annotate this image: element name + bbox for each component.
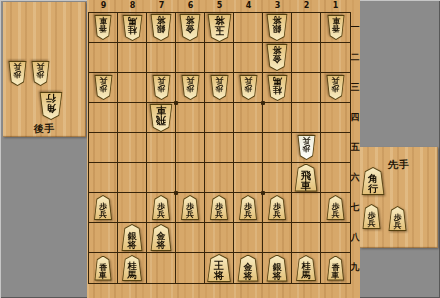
piece-R-sente[interactable]: 飛車 xyxy=(294,164,318,192)
square-75[interactable] xyxy=(147,133,176,163)
file-label-3: 3 xyxy=(263,1,292,11)
square-55[interactable] xyxy=(205,133,234,163)
board-grid: 香車桂馬銀将金将玉将銀将香車金将歩兵歩兵歩兵歩兵歩兵桂馬歩兵飛車歩兵飛車歩兵歩兵… xyxy=(88,12,351,284)
piece-P-gote[interactable]: 歩兵 xyxy=(210,75,229,100)
piece-G-sente[interactable]: 金将 xyxy=(237,255,259,282)
piece-P-sente[interactable]: 歩兵 xyxy=(268,195,287,220)
piece-N-sente[interactable]: 桂馬 xyxy=(296,255,317,281)
piece-kanji: 金将 xyxy=(266,44,288,71)
piece-P-sente[interactable]: 歩兵 xyxy=(152,195,171,220)
piece-kanji: 角行 xyxy=(39,92,63,120)
rank-label-2: 二 xyxy=(350,42,360,72)
piece-B-gote[interactable]: 角行 xyxy=(39,92,63,120)
piece-kanji: 桂馬 xyxy=(122,15,143,41)
square-27[interactable] xyxy=(292,193,321,223)
square-19[interactable]: 香車 xyxy=(321,253,350,283)
rank-label-4: 四 xyxy=(350,102,360,132)
square-18[interactable] xyxy=(321,223,350,253)
star-point xyxy=(174,101,178,105)
square-69[interactable] xyxy=(176,253,205,283)
piece-kanji: 桂馬 xyxy=(267,75,288,101)
piece-S-gote[interactable]: 銀将 xyxy=(150,14,172,41)
piece-R-gote[interactable]: 飛車 xyxy=(149,104,173,132)
piece-kanji: 飛車 xyxy=(294,164,318,192)
piece-P-sente[interactable]: 歩兵 xyxy=(326,195,345,220)
square-47[interactable]: 歩兵 xyxy=(234,193,263,223)
piece-P-gote[interactable]: 歩兵 xyxy=(94,75,113,100)
rank-label-9: 九 xyxy=(350,252,360,282)
piece-G-gote[interactable]: 金将 xyxy=(266,44,288,71)
file-label-2: 2 xyxy=(292,1,321,11)
square-23[interactable] xyxy=(292,73,321,103)
piece-P-gote[interactable]: 歩兵 xyxy=(297,135,316,160)
square-84[interactable] xyxy=(118,103,147,133)
square-77[interactable]: 歩兵 xyxy=(147,193,176,223)
square-65[interactable] xyxy=(176,133,205,163)
square-66[interactable] xyxy=(176,163,205,193)
square-44[interactable] xyxy=(234,103,263,133)
square-59[interactable]: 王将 xyxy=(205,253,234,283)
square-53[interactable]: 歩兵 xyxy=(205,73,234,103)
file-label-7: 7 xyxy=(147,1,176,11)
square-56[interactable] xyxy=(205,163,234,193)
square-86[interactable] xyxy=(118,163,147,193)
piece-kanji: 桂馬 xyxy=(122,255,143,281)
piece-N-gote[interactable]: 桂馬 xyxy=(267,75,288,101)
piece-N-gote[interactable]: 桂馬 xyxy=(122,15,143,41)
piece-kanji: 歩兵 xyxy=(362,204,381,229)
piece-kanji: 銀将 xyxy=(150,14,172,41)
square-46[interactable] xyxy=(234,163,263,193)
square-82[interactable] xyxy=(118,43,147,73)
piece-kanji: 歩兵 xyxy=(326,195,345,220)
square-67[interactable]: 歩兵 xyxy=(176,193,205,223)
piece-P-gote[interactable]: 歩兵 xyxy=(31,61,50,86)
piece-kanji: 銀将 xyxy=(121,224,143,251)
file-label-4: 4 xyxy=(234,1,263,11)
piece-kanji: 歩兵 xyxy=(268,195,287,220)
square-41[interactable] xyxy=(234,13,263,43)
square-21[interactable] xyxy=(292,13,321,43)
square-48[interactable] xyxy=(234,223,263,253)
square-31[interactable]: 銀将 xyxy=(263,13,292,43)
piece-P-sente[interactable]: 歩兵 xyxy=(94,195,113,220)
sente-hand-slot-0: 角行 xyxy=(361,167,385,195)
piece-L-sente[interactable]: 香車 xyxy=(94,256,112,281)
square-13[interactable]: 歩兵 xyxy=(321,73,350,103)
piece-kanji: 歩兵 xyxy=(210,195,229,220)
piece-P-sente[interactable]: 歩兵 xyxy=(239,195,258,220)
square-62[interactable] xyxy=(176,43,205,73)
rank-label-6: 六 xyxy=(350,162,360,192)
piece-L-sente[interactable]: 香車 xyxy=(327,256,345,281)
square-92[interactable] xyxy=(89,43,118,73)
square-87[interactable] xyxy=(118,193,147,223)
shogi-board-block: 987654321 一二三四五六七八九 香車桂馬銀将金将玉将銀将香車金将歩兵歩兵… xyxy=(87,0,360,298)
file-label-1: 1 xyxy=(321,1,350,11)
square-72[interactable] xyxy=(147,43,176,73)
square-16[interactable] xyxy=(321,163,350,193)
file-label-9: 9 xyxy=(89,1,118,11)
square-63[interactable]: 歩兵 xyxy=(176,73,205,103)
piece-kanji: 銀将 xyxy=(266,255,288,282)
piece-G-gote[interactable]: 金将 xyxy=(179,14,201,41)
piece-S-sente[interactable]: 銀将 xyxy=(121,224,143,251)
rank-label-1: 一 xyxy=(350,12,360,42)
piece-kanji: 歩兵 xyxy=(210,75,229,100)
piece-kanji: 歩兵 xyxy=(239,75,258,100)
piece-kanji: 歩兵 xyxy=(388,206,407,231)
piece-kanji: 歩兵 xyxy=(94,75,113,100)
square-73[interactable]: 歩兵 xyxy=(147,73,176,103)
piece-kanji: 歩兵 xyxy=(239,195,258,220)
square-88[interactable]: 銀将 xyxy=(118,223,147,253)
piece-P-gote[interactable]: 歩兵 xyxy=(181,75,200,100)
piece-kanji: 歩兵 xyxy=(94,195,113,220)
file-label-6: 6 xyxy=(176,1,205,11)
star-point xyxy=(261,101,265,105)
square-35[interactable] xyxy=(263,133,292,163)
square-74[interactable]: 飛車 xyxy=(147,103,176,133)
piece-kanji: 歩兵 xyxy=(8,61,27,86)
piece-kanji: 香車 xyxy=(327,15,345,40)
piece-kanji: 香車 xyxy=(327,256,345,281)
square-22[interactable] xyxy=(292,43,321,73)
piece-P-gote[interactable]: 歩兵 xyxy=(8,61,27,86)
square-71[interactable]: 銀将 xyxy=(147,13,176,43)
sente-hand-slot-2: 歩兵 xyxy=(388,206,407,231)
gote-hand-slot-1: 歩兵 xyxy=(31,61,50,86)
piece-kanji: 歩兵 xyxy=(31,61,50,86)
piece-S-gote[interactable]: 銀将 xyxy=(266,14,288,41)
square-26[interactable]: 飛車 xyxy=(292,163,321,193)
star-point xyxy=(261,191,265,195)
square-25[interactable]: 歩兵 xyxy=(292,133,321,163)
square-58[interactable] xyxy=(205,223,234,253)
square-98[interactable] xyxy=(89,223,118,253)
square-61[interactable]: 金将 xyxy=(176,13,205,43)
square-17[interactable]: 歩兵 xyxy=(321,193,350,223)
square-95[interactable] xyxy=(89,133,118,163)
piece-B-sente[interactable]: 角行 xyxy=(361,167,385,195)
piece-kanji: 金将 xyxy=(179,14,201,41)
piece-kanji: 歩兵 xyxy=(152,75,171,100)
square-49[interactable]: 金将 xyxy=(234,253,263,283)
square-97[interactable]: 歩兵 xyxy=(89,193,118,223)
piece-P-gote[interactable]: 歩兵 xyxy=(152,75,171,100)
file-label-5: 5 xyxy=(205,1,234,11)
gote-hand-slot-2: 角行 xyxy=(39,92,63,120)
piece-kanji: 香車 xyxy=(94,15,112,40)
piece-kanji: 角行 xyxy=(361,167,385,195)
piece-P-sente[interactable]: 歩兵 xyxy=(362,204,381,229)
square-81[interactable]: 桂馬 xyxy=(118,13,147,43)
piece-kanji: 歩兵 xyxy=(181,195,200,220)
square-38[interactable] xyxy=(263,223,292,253)
piece-kanji: 銀将 xyxy=(266,14,288,41)
piece-kanji: 歩兵 xyxy=(181,75,200,100)
piece-P-sente[interactable]: 歩兵 xyxy=(181,195,200,220)
square-14[interactable] xyxy=(321,103,350,133)
piece-G-sente[interactable]: 金将 xyxy=(150,224,172,251)
square-24[interactable] xyxy=(292,103,321,133)
rank-label-8: 八 xyxy=(350,222,360,252)
square-89[interactable]: 桂馬 xyxy=(118,253,147,283)
square-34[interactable] xyxy=(263,103,292,133)
piece-P-gote[interactable]: 歩兵 xyxy=(326,75,345,100)
square-76[interactable] xyxy=(147,163,176,193)
piece-K-sente[interactable]: 王将 xyxy=(207,254,232,282)
square-96[interactable] xyxy=(89,163,118,193)
square-99[interactable]: 香車 xyxy=(89,253,118,283)
piece-P-sente[interactable]: 歩兵 xyxy=(388,206,407,231)
gote-label: 後手 xyxy=(3,122,86,136)
piece-J-gote[interactable]: 玉将 xyxy=(207,14,232,42)
square-91[interactable]: 香車 xyxy=(89,13,118,43)
shogi-app: 後手 歩兵歩兵角行 987654321 一二三四五六七八九 香車桂馬銀将金将玉将… xyxy=(0,0,440,298)
square-32[interactable]: 金将 xyxy=(263,43,292,73)
square-93[interactable]: 歩兵 xyxy=(89,73,118,103)
gote-hand-tray: 後手 歩兵歩兵角行 xyxy=(3,2,86,137)
piece-kanji: 歩兵 xyxy=(152,195,171,220)
file-label-8: 8 xyxy=(118,1,147,11)
piece-S-sente[interactable]: 銀将 xyxy=(266,255,288,282)
sente-hand-tray: 先手 角行歩兵歩兵 xyxy=(360,147,438,248)
square-51[interactable]: 玉将 xyxy=(205,13,234,43)
square-39[interactable]: 銀将 xyxy=(263,253,292,283)
piece-L-gote[interactable]: 香車 xyxy=(327,15,345,40)
square-85[interactable] xyxy=(118,133,147,163)
piece-kanji: 歩兵 xyxy=(326,75,345,100)
piece-kanji: 香車 xyxy=(94,256,112,281)
square-11[interactable]: 香車 xyxy=(321,13,350,43)
piece-kanji: 金将 xyxy=(237,255,259,282)
square-64[interactable] xyxy=(176,103,205,133)
sente-hand-slot-1: 歩兵 xyxy=(362,204,381,229)
star-point xyxy=(174,191,178,195)
square-42[interactable] xyxy=(234,43,263,73)
square-68[interactable] xyxy=(176,223,205,253)
square-33[interactable]: 桂馬 xyxy=(263,73,292,103)
square-45[interactable] xyxy=(234,133,263,163)
piece-kanji: 桂馬 xyxy=(296,255,317,281)
square-29[interactable]: 桂馬 xyxy=(292,253,321,283)
piece-kanji: 飛車 xyxy=(149,104,173,132)
square-57[interactable]: 歩兵 xyxy=(205,193,234,223)
square-52[interactable] xyxy=(205,43,234,73)
piece-N-sente[interactable]: 桂馬 xyxy=(122,255,143,281)
square-79[interactable] xyxy=(147,253,176,283)
piece-P-gote[interactable]: 歩兵 xyxy=(239,75,258,100)
rank-label-5: 五 xyxy=(350,132,360,162)
piece-kanji: 玉将 xyxy=(207,14,232,42)
square-54[interactable] xyxy=(205,103,234,133)
square-83[interactable] xyxy=(118,73,147,103)
square-94[interactable] xyxy=(89,103,118,133)
piece-kanji: 王将 xyxy=(207,254,232,282)
square-43[interactable]: 歩兵 xyxy=(234,73,263,103)
piece-kanji: 歩兵 xyxy=(297,135,316,160)
square-28[interactable] xyxy=(292,223,321,253)
square-36[interactable] xyxy=(263,163,292,193)
square-12[interactable] xyxy=(321,43,350,73)
square-37[interactable]: 歩兵 xyxy=(263,193,292,223)
piece-kanji: 金将 xyxy=(150,224,172,251)
gote-hand-slot-0: 歩兵 xyxy=(8,61,27,86)
square-15[interactable] xyxy=(321,133,350,163)
rank-label-7: 七 xyxy=(350,192,360,222)
rank-label-3: 三 xyxy=(350,72,360,102)
square-78[interactable]: 金将 xyxy=(147,223,176,253)
piece-P-sente[interactable]: 歩兵 xyxy=(210,195,229,220)
piece-L-gote[interactable]: 香車 xyxy=(94,15,112,40)
